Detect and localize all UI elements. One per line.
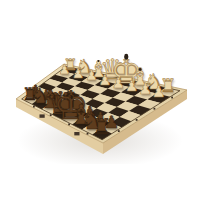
hinge-tick-right-1 bbox=[118, 130, 120, 132]
hinge-tick-left-1 bbox=[33, 106, 35, 108]
hinge-tick-right-3 bbox=[154, 108, 156, 110]
hinge-tick-right-2 bbox=[136, 119, 138, 121]
hinge-plate-1 bbox=[40, 114, 45, 117]
hinge-tick-right-4 bbox=[171, 97, 173, 99]
hinge-tick-left-2 bbox=[50, 114, 52, 116]
product-photo-chess-set: ♜♞♝♛♚♝♞♜♟♟♟♟♟♟♟♟♟♟♟♟♟♟♟♟♜♞♝♛♚♝♞♜ bbox=[0, 0, 200, 200]
hinge-tick-left-3 bbox=[68, 124, 70, 126]
chess-board bbox=[0, 0, 200, 200]
hinge-plate-2 bbox=[74, 132, 79, 135]
hinge-tick-left-4 bbox=[87, 133, 89, 135]
